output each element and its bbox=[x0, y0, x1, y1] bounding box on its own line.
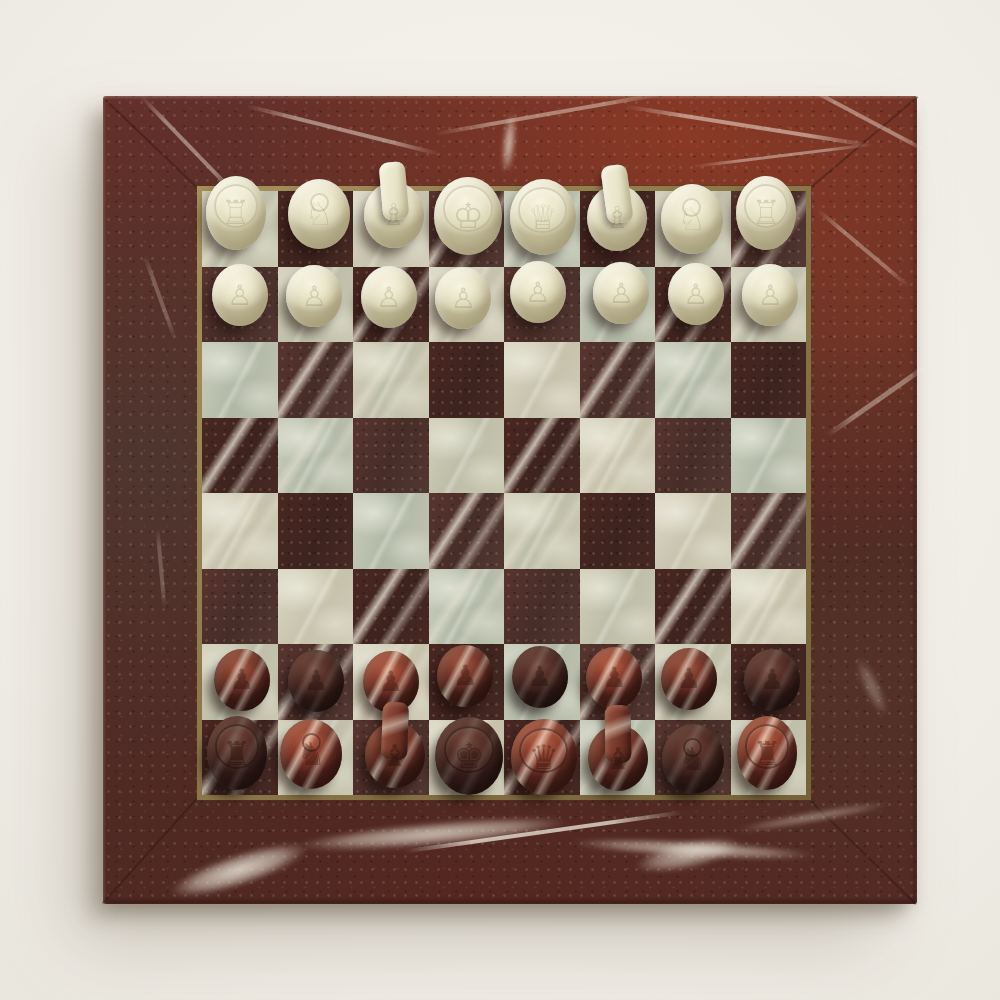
piece-red-pawn-f7[interactable]: ♟ bbox=[363, 651, 419, 713]
marble-vein bbox=[156, 528, 167, 608]
piece-glyph: ♟ bbox=[363, 651, 419, 713]
piece-glyph: ♙ bbox=[212, 264, 268, 326]
piece-red-pawn-g7[interactable]: ♟ bbox=[288, 650, 344, 712]
piece-white-pawn-d2[interactable]: ♙ bbox=[510, 261, 566, 323]
marble-vein bbox=[434, 92, 661, 136]
marble-vein bbox=[523, 829, 864, 869]
piece-red-pawn-b7[interactable]: ♟ bbox=[661, 648, 717, 710]
piece-glyph: ♖ bbox=[206, 176, 266, 250]
piece-white-pawn-h2[interactable]: ♙ bbox=[212, 264, 268, 326]
queen-top-face bbox=[519, 728, 568, 774]
piece-glyph: ♙ bbox=[435, 267, 491, 329]
piece-glyph: ♟ bbox=[214, 649, 270, 711]
piece-red-queen-d8[interactable]: ♛ bbox=[511, 719, 577, 795]
chessboard-photo-scene: ♖♘♗♔♕♗♘♖♙♙♙♙♙♙♙♙♟♟♟♟♟♟♟♟♜♞♝♚♛♝♞♜ bbox=[0, 0, 1000, 1000]
marble-vein bbox=[404, 811, 682, 854]
marble-vein bbox=[497, 99, 522, 186]
piece-red-rook-a8[interactable]: ♜ bbox=[737, 716, 797, 790]
rook-top-face bbox=[745, 724, 789, 768]
knight-head-top bbox=[682, 198, 701, 217]
piece-glyph: ♚ bbox=[435, 717, 503, 795]
piece-white-pawn-e2[interactable]: ♙ bbox=[435, 267, 491, 329]
marble-vein bbox=[143, 255, 178, 341]
piece-glyph: ♙ bbox=[510, 261, 566, 323]
piece-glyph: ♙ bbox=[668, 263, 724, 325]
queen-top-face bbox=[518, 187, 567, 233]
mitre-seam bbox=[104, 98, 198, 188]
piece-white-bishop-f1[interactable]: ♗ bbox=[364, 182, 424, 248]
marble-vein bbox=[611, 821, 766, 889]
piece-white-pawn-g2[interactable]: ♙ bbox=[286, 265, 342, 327]
piece-glyph: ♟ bbox=[744, 649, 800, 711]
knight-head-top bbox=[683, 738, 702, 757]
piece-white-pawn-b2[interactable]: ♙ bbox=[668, 263, 724, 325]
piece-red-pawn-d7[interactable]: ♟ bbox=[512, 646, 568, 708]
piece-white-pawn-a2[interactable]: ♙ bbox=[742, 264, 798, 326]
piece-red-bishop-c8[interactable]: ♝ bbox=[588, 725, 648, 791]
piece-glyph: ♘ bbox=[661, 184, 723, 254]
knight-head-top bbox=[310, 193, 329, 212]
piece-red-king-e8[interactable]: ♚ bbox=[435, 717, 503, 795]
piece-glyph: ♔ bbox=[434, 177, 502, 255]
piece-glyph: ♛ bbox=[511, 719, 577, 795]
rook-top-face bbox=[744, 184, 788, 228]
piece-glyph: ♟ bbox=[512, 646, 568, 708]
piece-layer: ♖♘♗♔♕♗♘♖♙♙♙♙♙♙♙♙♟♟♟♟♟♟♟♟♜♞♝♚♛♝♞♜ bbox=[202, 191, 806, 795]
board-frame: ♖♘♗♔♕♗♘♖♙♙♙♙♙♙♙♙♟♟♟♟♟♟♟♟♜♞♝♚♛♝♞♜ bbox=[103, 96, 917, 904]
piece-glyph: ♘ bbox=[288, 179, 350, 249]
knight-head-top bbox=[302, 733, 321, 752]
piece-glyph: ♟ bbox=[437, 645, 493, 707]
playing-area: ♖♘♗♔♕♗♘♖♙♙♙♙♙♙♙♙♟♟♟♟♟♟♟♟♜♞♝♚♛♝♞♜ bbox=[197, 186, 811, 800]
marble-vein bbox=[624, 104, 872, 147]
piece-red-pawn-e7[interactable]: ♟ bbox=[437, 645, 493, 707]
piece-glyph: ♗ bbox=[364, 182, 424, 248]
marble-vein bbox=[242, 802, 623, 867]
mitre-seam bbox=[811, 96, 918, 187]
piece-white-pawn-c2[interactable]: ♙ bbox=[593, 262, 649, 324]
piece-white-knight-b1[interactable]: ♘ bbox=[661, 184, 723, 254]
piece-glyph: ♙ bbox=[593, 262, 649, 324]
marble-vein bbox=[137, 818, 341, 922]
piece-glyph: ♝ bbox=[588, 725, 648, 791]
piece-white-king-e1[interactable]: ♔ bbox=[434, 177, 502, 255]
piece-white-knight-g1[interactable]: ♘ bbox=[288, 179, 350, 249]
piece-glyph: ♖ bbox=[736, 176, 796, 250]
marble-vein bbox=[816, 208, 910, 288]
king-top-face bbox=[443, 185, 493, 232]
piece-glyph: ♜ bbox=[207, 716, 267, 790]
piece-glyph: ♗ bbox=[587, 185, 647, 251]
rook-top-face bbox=[214, 184, 258, 228]
piece-glyph: ♜ bbox=[737, 716, 797, 790]
piece-glyph: ♟ bbox=[661, 648, 717, 710]
piece-white-rook-h1[interactable]: ♖ bbox=[206, 176, 266, 250]
piece-red-pawn-a7[interactable]: ♟ bbox=[744, 649, 800, 711]
piece-glyph: ♕ bbox=[510, 179, 576, 255]
piece-white-bishop-c1[interactable]: ♗ bbox=[587, 185, 647, 251]
marble-vein bbox=[245, 104, 440, 156]
piece-glyph: ♙ bbox=[361, 266, 417, 328]
piece-glyph: ♙ bbox=[742, 264, 798, 326]
piece-glyph: ♟ bbox=[288, 650, 344, 712]
piece-glyph: ♞ bbox=[662, 724, 724, 794]
marble-vein bbox=[693, 143, 872, 168]
marble-vein bbox=[843, 642, 901, 733]
piece-red-rook-h8[interactable]: ♜ bbox=[207, 716, 267, 790]
piece-red-knight-b8[interactable]: ♞ bbox=[662, 724, 724, 794]
piece-glyph: ♝ bbox=[365, 722, 425, 788]
piece-red-knight-g8[interactable]: ♞ bbox=[280, 719, 342, 789]
piece-red-pawn-c7[interactable]: ♟ bbox=[586, 647, 642, 709]
piece-glyph: ♟ bbox=[586, 647, 642, 709]
piece-red-pawn-h7[interactable]: ♟ bbox=[214, 649, 270, 711]
piece-white-rook-a1[interactable]: ♖ bbox=[736, 176, 796, 250]
bishop-mitre-top bbox=[605, 705, 632, 763]
marble-vein bbox=[825, 359, 934, 438]
bishop-mitre-top bbox=[600, 163, 634, 224]
mitre-seam bbox=[102, 799, 197, 904]
piece-glyph: ♞ bbox=[280, 719, 342, 789]
piece-white-pawn-f2[interactable]: ♙ bbox=[361, 266, 417, 328]
mitre-seam bbox=[810, 800, 917, 905]
piece-white-queen-d1[interactable]: ♕ bbox=[510, 179, 576, 255]
piece-glyph: ♙ bbox=[286, 265, 342, 327]
rook-top-face bbox=[215, 724, 259, 768]
marble-vein bbox=[801, 83, 935, 157]
king-top-face bbox=[444, 726, 494, 773]
piece-red-bishop-f8[interactable]: ♝ bbox=[365, 722, 425, 788]
bishop-mitre-top bbox=[378, 161, 409, 221]
